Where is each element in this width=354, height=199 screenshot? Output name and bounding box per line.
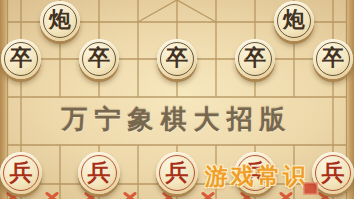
watermark-text: 游戏常识	[205, 164, 309, 189]
piece-glyph: 兵	[10, 161, 33, 184]
piece-glyph: 兵	[88, 161, 111, 184]
piece-red-soldier-5[interactable]: 兵	[312, 152, 354, 194]
piece-glyph: 卒	[166, 47, 188, 69]
bottom-marker-x	[122, 189, 138, 199]
piece-glyph: 卒	[322, 47, 344, 69]
piece-red-soldier-2[interactable]: 兵	[78, 152, 120, 194]
piece-black-soldier-3[interactable]: 卒	[157, 39, 197, 79]
watermark-seal-icon	[303, 182, 318, 195]
piece-black-soldier-1[interactable]: 卒	[1, 39, 41, 79]
piece-red-soldier-1[interactable]: 兵	[0, 152, 42, 194]
piece-black-cannon-right[interactable]: 炮	[274, 1, 314, 41]
watermark: 游戏常识	[205, 161, 309, 192]
piece-black-soldier-5[interactable]: 卒	[313, 39, 353, 79]
piece-glyph: 卒	[244, 47, 266, 69]
xiangqi-board[interactable]: 万宁象棋大招版 炮炮卒卒卒卒卒兵兵兵兵兵 游戏常识	[0, 0, 354, 199]
piece-glyph: 兵	[322, 161, 345, 184]
bottom-marker-x	[44, 189, 60, 199]
piece-glyph: 兵	[166, 161, 189, 184]
river-text: 万宁象棋大招版	[0, 102, 354, 137]
piece-black-soldier-4[interactable]: 卒	[235, 39, 275, 79]
piece-glyph: 炮	[49, 9, 71, 31]
piece-glyph: 炮	[283, 9, 305, 31]
piece-black-soldier-2[interactable]: 卒	[79, 39, 119, 79]
piece-glyph: 卒	[10, 47, 32, 69]
piece-red-soldier-3[interactable]: 兵	[156, 152, 198, 194]
piece-glyph: 卒	[88, 47, 110, 69]
piece-black-cannon-left[interactable]: 炮	[40, 1, 80, 41]
